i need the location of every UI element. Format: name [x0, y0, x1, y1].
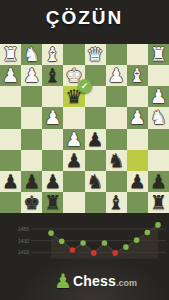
black-pawn[interactable]: ♟	[150, 172, 167, 191]
square-a2[interactable]	[148, 65, 169, 86]
white-knight[interactable]: ♞	[23, 45, 40, 64]
square-f4[interactable]: ♟	[42, 107, 63, 128]
square-f8[interactable]: ♜	[42, 192, 63, 213]
black-pawn[interactable]: ♟	[44, 172, 61, 191]
puzzle-result-dot-correct	[155, 222, 161, 228]
square-e1[interactable]	[63, 44, 84, 65]
square-c7[interactable]	[106, 171, 127, 192]
square-h4[interactable]	[0, 107, 21, 128]
square-e8[interactable]	[63, 192, 84, 213]
white-pawn[interactable]: ♟	[150, 87, 167, 106]
black-rook[interactable]: ♜	[44, 193, 61, 212]
square-b2[interactable]: ♝	[127, 65, 148, 86]
square-e7[interactable]	[63, 171, 84, 192]
square-a3[interactable]: ♟	[148, 86, 169, 107]
puzzle-result-dot-correct	[123, 244, 129, 250]
square-b4[interactable]: ♟	[127, 107, 148, 128]
white-pawn[interactable]: ♟	[108, 66, 125, 85]
white-rook[interactable]: ♜	[150, 45, 167, 64]
square-g1[interactable]: ♞	[21, 44, 42, 65]
square-e5[interactable]: ♟	[63, 129, 84, 150]
square-g3[interactable]	[21, 86, 42, 107]
black-bishop[interactable]: ♝	[108, 193, 125, 212]
puzzle-result-dot-correct	[102, 240, 108, 246]
correct-move-badge: ✓	[78, 79, 92, 93]
square-b7[interactable]: ♟	[127, 171, 148, 192]
puzzle-result-dot-correct	[134, 237, 140, 243]
white-pawn[interactable]: ♟	[129, 108, 146, 127]
white-bishop[interactable]: ♝	[44, 45, 61, 64]
white-bishop[interactable]: ♝	[129, 66, 146, 85]
header: ÇÖZÜN	[0, 0, 169, 44]
puzzle-result-dot-correct	[80, 240, 86, 246]
page-title: ÇÖZÜN	[46, 7, 124, 29]
black-pawn[interactable]: ♟	[129, 172, 146, 191]
chess-board[interactable]: ♜♞♝♛♜♟♟♝♚♟♝♛♟♟♟♞♟♟♟♞♟♟♟♞♟♟♚♜♝♜✓	[0, 44, 169, 213]
square-b6[interactable]	[127, 150, 148, 171]
black-pawn[interactable]: ♟	[65, 151, 82, 170]
black-pawn[interactable]: ♟	[87, 130, 104, 149]
black-rook[interactable]: ♜	[150, 193, 167, 212]
square-d5[interactable]: ♟	[85, 129, 106, 150]
square-g6[interactable]	[21, 150, 42, 171]
square-a4[interactable]: ♞	[148, 107, 169, 128]
square-b8[interactable]	[127, 192, 148, 213]
square-c1[interactable]	[106, 44, 127, 65]
square-h8[interactable]	[0, 192, 21, 213]
white-pawn[interactable]: ♟	[44, 108, 61, 127]
black-knight[interactable]: ♞	[108, 151, 125, 170]
black-pawn[interactable]: ♟	[23, 172, 40, 191]
puzzle-result-dot-incorrect	[70, 247, 76, 253]
y-tick-label: 1410	[18, 249, 29, 255]
chesscom-logo: ♟ Chess .com	[54, 271, 137, 291]
square-c5[interactable]	[106, 129, 127, 150]
white-pawn[interactable]: ♟	[2, 66, 19, 85]
square-a5[interactable]	[148, 129, 169, 150]
square-c6[interactable]: ♞	[106, 150, 127, 171]
white-knight[interactable]: ♞	[150, 108, 167, 127]
square-g8[interactable]: ♚	[21, 192, 42, 213]
white-rook[interactable]: ♜	[2, 45, 19, 64]
square-f3[interactable]	[42, 86, 63, 107]
square-a1[interactable]: ♜	[148, 44, 169, 65]
square-a8[interactable]: ♜	[148, 192, 169, 213]
white-pawn[interactable]: ♟	[23, 66, 40, 85]
y-tick-label: 1450	[18, 226, 29, 232]
square-a7[interactable]: ♟	[148, 171, 169, 192]
square-h3[interactable]	[0, 86, 21, 107]
square-g2[interactable]: ♟	[21, 65, 42, 86]
square-g4[interactable]	[21, 107, 42, 128]
black-pawn[interactable]: ♟	[2, 172, 19, 191]
logo-text: Chess	[73, 273, 116, 289]
square-c4[interactable]	[106, 107, 127, 128]
square-c2[interactable]: ♟	[106, 65, 127, 86]
square-f2[interactable]: ♝	[42, 65, 63, 86]
footer: 145014301410 ♟ Chess .com	[0, 213, 169, 300]
black-bishop[interactable]: ♝	[44, 66, 61, 85]
square-b5[interactable]	[127, 129, 148, 150]
square-d6[interactable]	[85, 150, 106, 171]
black-king[interactable]: ♚	[23, 193, 40, 212]
square-f1[interactable]: ♝	[42, 44, 63, 65]
square-c3[interactable]	[106, 86, 127, 107]
square-d7[interactable]: ♞	[85, 171, 106, 192]
square-a6[interactable]	[148, 150, 169, 171]
square-h6[interactable]	[0, 150, 21, 171]
rating-chart: 145014301410	[0, 213, 169, 273]
square-g5[interactable]	[21, 129, 42, 150]
y-tick-label: 1430	[18, 238, 29, 244]
square-f6[interactable]	[42, 150, 63, 171]
square-h7[interactable]: ♟	[0, 171, 21, 192]
puzzle-share-card: ÇÖZÜN ♜♞♝♛♜♟♟♝♚♟♝♛♟♟♟♞♟♟♟♞♟♟♟♞♟♟♚♜♝♜✓ 14…	[0, 0, 169, 300]
logo-suffix: .com	[116, 274, 137, 288]
square-g7[interactable]: ♟	[21, 171, 42, 192]
black-knight[interactable]: ♞	[87, 172, 104, 191]
square-d4[interactable]	[85, 107, 106, 128]
pawn-logo-icon: ♟	[54, 271, 72, 291]
square-d1[interactable]: ♛	[85, 44, 106, 65]
puzzle-result-dot-incorrect	[91, 250, 97, 256]
square-b1[interactable]	[127, 44, 148, 65]
square-d8[interactable]	[85, 192, 106, 213]
square-f5[interactable]	[42, 129, 63, 150]
square-e6[interactable]: ♟	[63, 150, 84, 171]
square-h1[interactable]: ♜	[0, 44, 21, 65]
square-c8[interactable]: ♝	[106, 192, 127, 213]
puzzle-result-dot-incorrect	[112, 250, 118, 256]
square-f7[interactable]: ♟	[42, 171, 63, 192]
square-e4[interactable]	[63, 107, 84, 128]
puzzle-result-dot-correct	[48, 230, 54, 236]
square-h5[interactable]	[0, 129, 21, 150]
puzzle-result-dot-correct	[59, 238, 65, 244]
square-b3[interactable]	[127, 86, 148, 107]
white-pawn[interactable]: ♟	[65, 130, 82, 149]
square-h2[interactable]: ♟	[0, 65, 21, 86]
white-queen[interactable]: ♛	[87, 45, 104, 64]
puzzle-result-dot-correct	[145, 230, 151, 236]
